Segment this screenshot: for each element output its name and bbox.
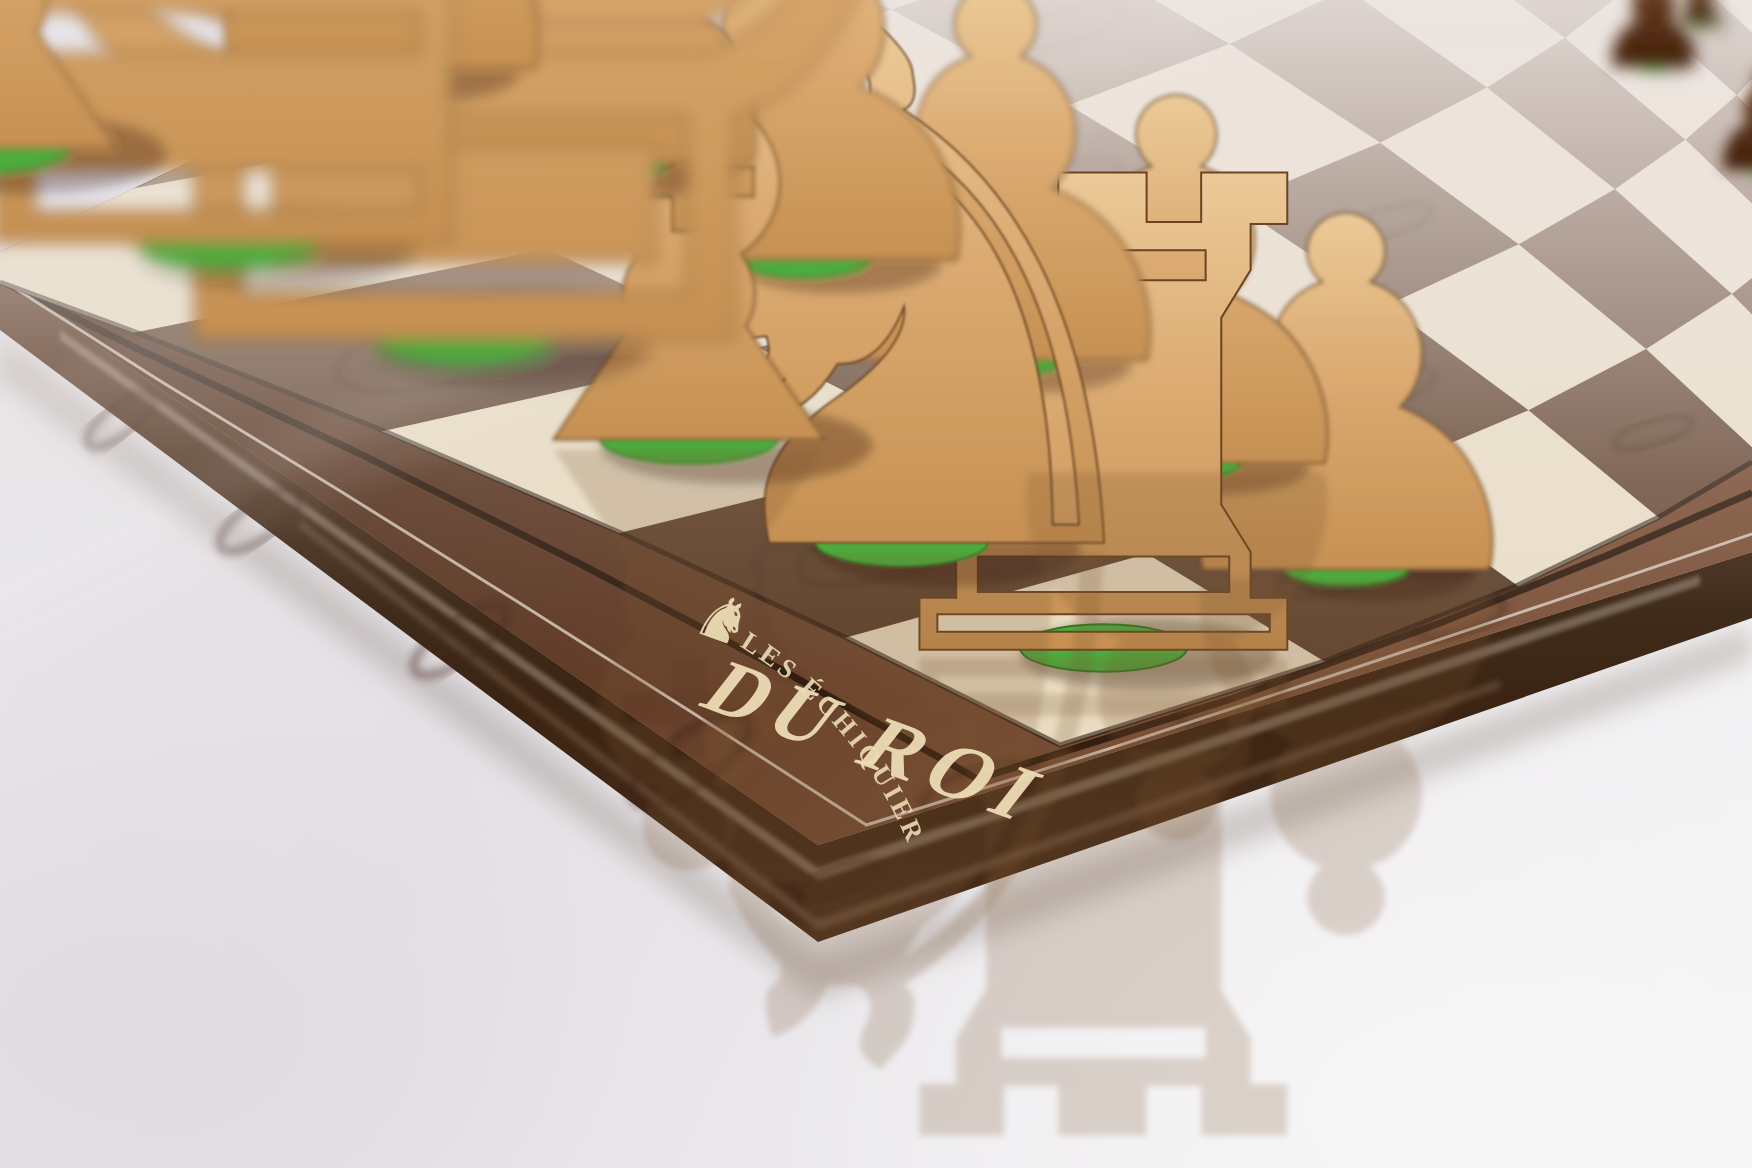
- piece-glyph: ♝: [0, 0, 243, 287]
- piece-glyph: ♟: [1593, 0, 1714, 98]
- chessboard-photo: ♜♞♟♝♟♟♟♟♜♟♞♟♝♟♚♟♛♝♟♟♜♞♝ ♞ LES ÉCHIQUIERS…: [0, 0, 1752, 1168]
- scene: ♜♞♟♝♟♟♟♟♜♟♞♟♝♟♚♟♛♝♟♟♜♞♝ ♞ LES ÉCHIQUIERS…: [0, 0, 1752, 1168]
- piece-black-pawn-f7[interactable]: ♟: [1593, 0, 1714, 98]
- piece-reflection: ♝: [430, 313, 947, 984]
- piece-white-bishop-c1[interactable]: ♝: [0, 0, 243, 287]
